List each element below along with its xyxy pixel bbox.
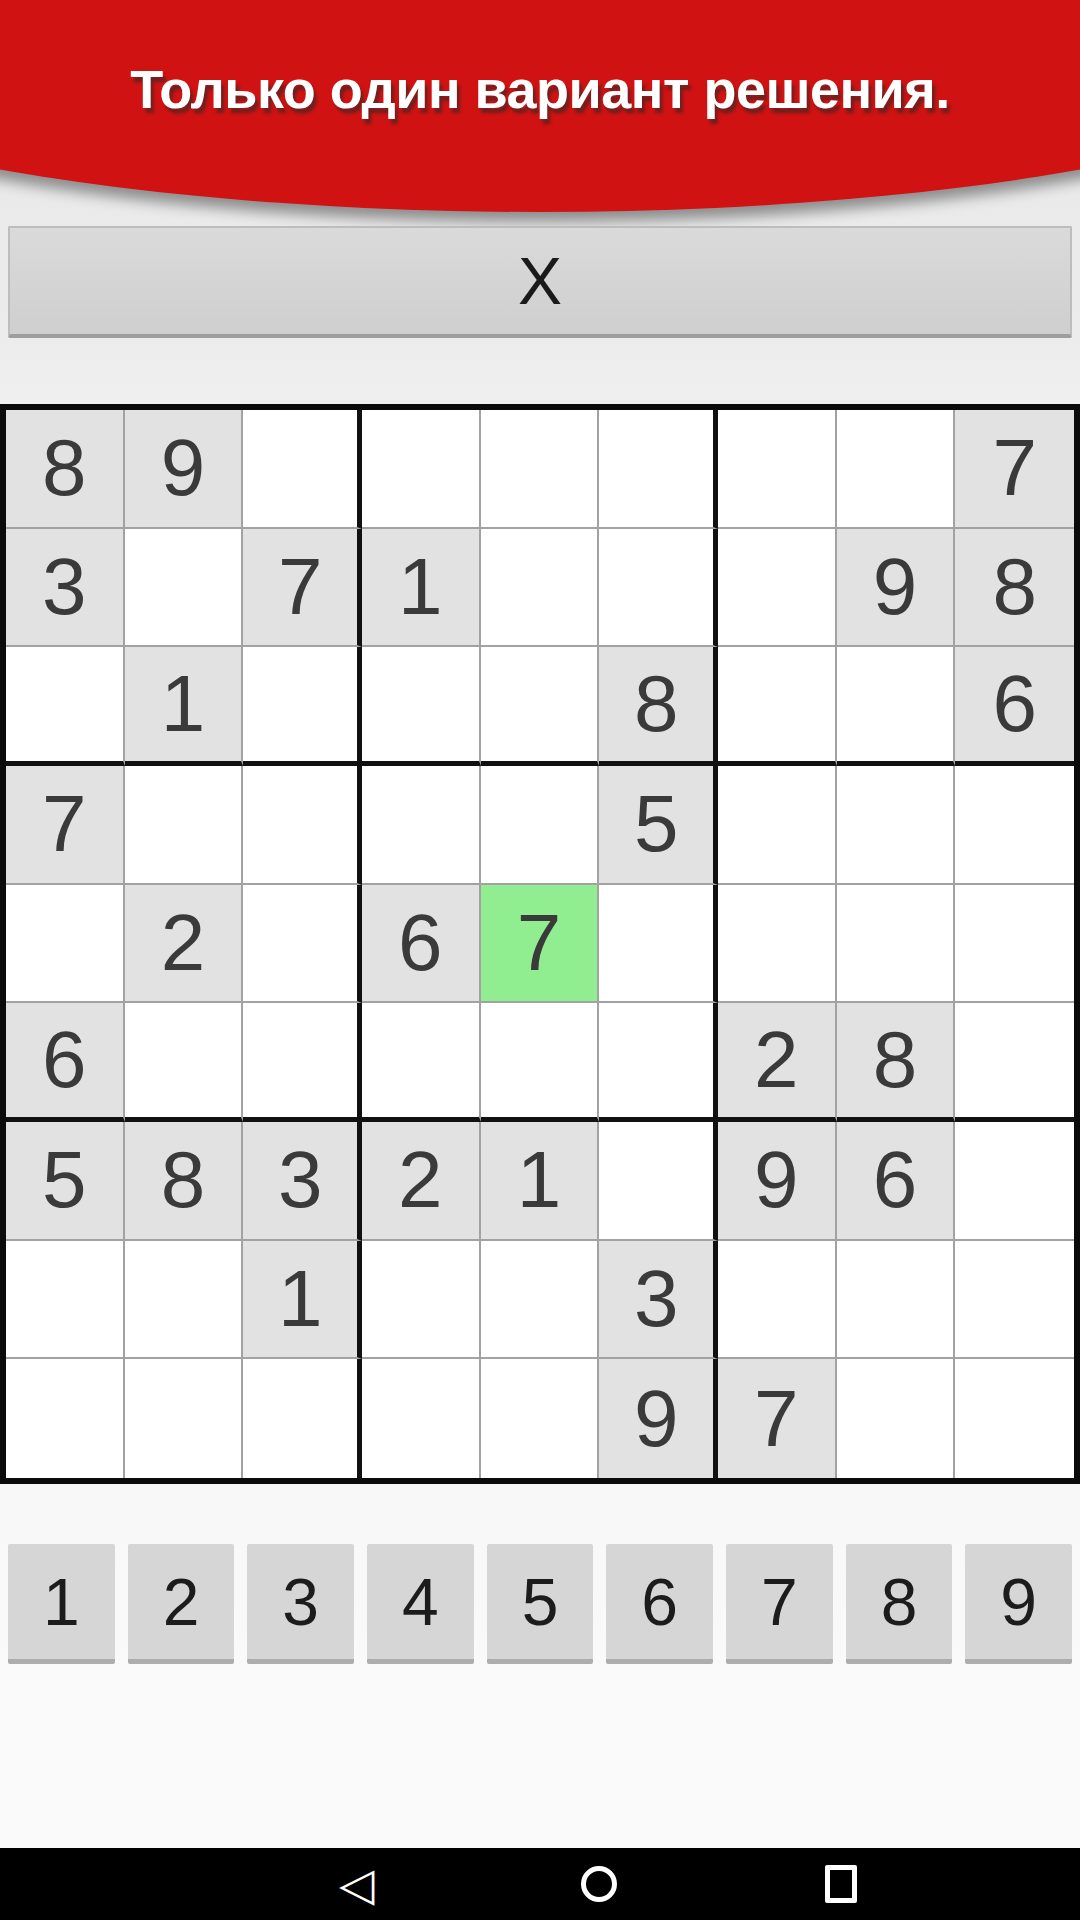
cell-r2c6[interactable]	[599, 529, 718, 648]
cell-r7c7[interactable]: 9	[718, 1122, 837, 1241]
cell-r1c8[interactable]	[837, 410, 956, 529]
cell-r2c7[interactable]	[718, 529, 837, 648]
cell-r9c7[interactable]: 7	[718, 1359, 837, 1478]
cell-r5c1[interactable]	[6, 885, 125, 1004]
cell-r1c7[interactable]	[718, 410, 837, 529]
cell-r7c4[interactable]: 2	[362, 1122, 481, 1241]
cell-r3c4[interactable]	[362, 647, 481, 766]
numpad-key-8[interactable]: 8	[846, 1544, 953, 1664]
cell-r2c5[interactable]	[481, 529, 600, 648]
cell-r5c5[interactable]: 7	[481, 885, 600, 1004]
cell-r4c4[interactable]	[362, 766, 481, 885]
cell-r9c5[interactable]	[481, 1359, 600, 1478]
cell-r1c1[interactable]: 8	[6, 410, 125, 529]
cell-r1c5[interactable]	[481, 410, 600, 529]
numpad-key-7[interactable]: 7	[726, 1544, 833, 1664]
cell-r1c3[interactable]	[243, 410, 362, 529]
cell-r8c8[interactable]	[837, 1241, 956, 1360]
cell-r7c3[interactable]: 3	[243, 1122, 362, 1241]
numpad-key-6[interactable]: 6	[606, 1544, 713, 1664]
cell-r2c8[interactable]: 9	[837, 529, 956, 648]
cell-r8c5[interactable]	[481, 1241, 600, 1360]
cell-r2c2[interactable]	[125, 529, 244, 648]
cell-r3c7[interactable]	[718, 647, 837, 766]
cell-r4c5[interactable]	[481, 766, 600, 885]
cell-r3c8[interactable]	[837, 647, 956, 766]
cell-r4c9[interactable]	[955, 766, 1074, 885]
cell-r1c9[interactable]: 7	[955, 410, 1074, 529]
numpad-key-2[interactable]: 2	[128, 1544, 235, 1664]
cell-r6c2[interactable]	[125, 1003, 244, 1122]
cell-r6c7[interactable]: 2	[718, 1003, 837, 1122]
cell-r4c7[interactable]	[718, 766, 837, 885]
cell-r5c6[interactable]	[599, 885, 718, 1004]
cell-r6c9[interactable]	[955, 1003, 1074, 1122]
cell-r5c3[interactable]	[243, 885, 362, 1004]
cell-r7c1[interactable]: 5	[6, 1122, 125, 1241]
cell-r2c1[interactable]: 3	[6, 529, 125, 648]
cell-r5c9[interactable]	[955, 885, 1074, 1004]
cell-r2c4[interactable]: 1	[362, 529, 481, 648]
cell-r7c9[interactable]	[955, 1122, 1074, 1241]
cell-r9c8[interactable]	[837, 1359, 956, 1478]
cell-r5c7[interactable]	[718, 885, 837, 1004]
cell-r6c3[interactable]	[243, 1003, 362, 1122]
cell-r4c2[interactable]	[125, 766, 244, 885]
cell-r6c8[interactable]: 8	[837, 1003, 956, 1122]
numpad-key-1[interactable]: 1	[8, 1544, 115, 1664]
cell-r5c8[interactable]	[837, 885, 956, 1004]
cell-r9c1[interactable]	[6, 1359, 125, 1478]
banner-message: Только один вариант решения.	[0, 58, 1080, 120]
cell-r3c6[interactable]: 8	[599, 647, 718, 766]
cell-r3c1[interactable]	[6, 647, 125, 766]
cell-r7c2[interactable]: 8	[125, 1122, 244, 1241]
numpad-key-4[interactable]: 4	[367, 1544, 474, 1664]
close-button-label: X	[518, 243, 562, 319]
cell-r8c6[interactable]: 3	[599, 1241, 718, 1360]
cell-r3c3[interactable]	[243, 647, 362, 766]
close-button[interactable]: X	[8, 226, 1072, 338]
cell-r8c7[interactable]	[718, 1241, 837, 1360]
cell-r5c2[interactable]: 2	[125, 885, 244, 1004]
cell-r9c2[interactable]	[125, 1359, 244, 1478]
cell-r9c6[interactable]: 9	[599, 1359, 718, 1478]
cell-r3c2[interactable]: 1	[125, 647, 244, 766]
cell-r3c5[interactable]	[481, 647, 600, 766]
numpad-key-9[interactable]: 9	[965, 1544, 1072, 1664]
home-icon[interactable]	[581, 1866, 617, 1902]
cell-r9c3[interactable]	[243, 1359, 362, 1478]
cell-r1c4[interactable]	[362, 410, 481, 529]
app-screen: Только один вариант решения. X 897371981…	[0, 0, 1080, 1920]
cell-r4c3[interactable]	[243, 766, 362, 885]
cell-r4c1[interactable]: 7	[6, 766, 125, 885]
cell-r2c9[interactable]: 8	[955, 529, 1074, 648]
sudoku-grid: 897371981867526762858321961397	[0, 404, 1080, 1484]
cell-r8c1[interactable]	[6, 1241, 125, 1360]
cell-r7c8[interactable]: 6	[837, 1122, 956, 1241]
cell-r1c6[interactable]	[599, 410, 718, 529]
cell-r2c3[interactable]: 7	[243, 529, 362, 648]
android-navbar: ◁	[0, 1848, 1080, 1920]
cell-r7c5[interactable]: 1	[481, 1122, 600, 1241]
cell-r3c9[interactable]: 6	[955, 647, 1074, 766]
cell-r8c3[interactable]: 1	[243, 1241, 362, 1360]
cell-r5c4[interactable]: 6	[362, 885, 481, 1004]
numpad-key-3[interactable]: 3	[247, 1544, 354, 1664]
cell-r4c8[interactable]	[837, 766, 956, 885]
cell-r9c9[interactable]	[955, 1359, 1074, 1478]
cell-r8c4[interactable]	[362, 1241, 481, 1360]
cell-r7c6[interactable]	[599, 1122, 718, 1241]
cell-r4c6[interactable]: 5	[599, 766, 718, 885]
back-icon[interactable]: ◁	[339, 1861, 374, 1907]
cell-r9c4[interactable]	[362, 1359, 481, 1478]
cell-r1c2[interactable]: 9	[125, 410, 244, 529]
cell-r8c2[interactable]	[125, 1241, 244, 1360]
cell-r6c4[interactable]	[362, 1003, 481, 1122]
cell-r6c5[interactable]	[481, 1003, 600, 1122]
recents-icon[interactable]	[825, 1865, 857, 1903]
numpad: 123456789	[0, 1544, 1080, 1664]
cell-r8c9[interactable]	[955, 1241, 1074, 1360]
cell-r6c1[interactable]: 6	[6, 1003, 125, 1122]
cell-r6c6[interactable]	[599, 1003, 718, 1122]
numpad-key-5[interactable]: 5	[487, 1544, 594, 1664]
